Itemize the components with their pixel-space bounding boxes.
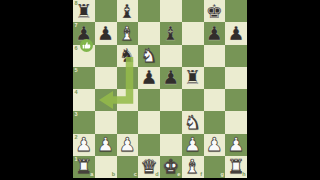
- piece-white-pawn-g2[interactable]: ♟: [204, 134, 226, 156]
- square-h4[interactable]: [225, 89, 247, 111]
- piece-black-pawn-a7[interactable]: ♟: [73, 22, 95, 44]
- piece-black-pawn-d5[interactable]: ♟: [138, 67, 160, 89]
- piece-black-king-g8[interactable]: ♚: [204, 0, 226, 22]
- square-a8[interactable]: 8♜: [73, 0, 95, 22]
- square-e4[interactable]: [160, 89, 182, 111]
- square-e6[interactable]: [160, 45, 182, 67]
- square-a6[interactable]: 6: [73, 45, 95, 67]
- square-b4[interactable]: [95, 89, 117, 111]
- square-a4[interactable]: 4: [73, 89, 95, 111]
- square-f7[interactable]: [182, 22, 204, 44]
- square-d3[interactable]: [138, 111, 160, 133]
- square-a5[interactable]: 5: [73, 67, 95, 89]
- piece-black-knight-c6[interactable]: ♞: [117, 45, 139, 67]
- square-h8[interactable]: [225, 0, 247, 22]
- square-b5[interactable]: [95, 67, 117, 89]
- piece-white-queen-d1[interactable]: ♛: [138, 156, 160, 178]
- piece-white-pawn-c2[interactable]: ♟: [117, 134, 139, 156]
- square-g6[interactable]: [204, 45, 226, 67]
- piece-white-bishop-f1[interactable]: ♝: [182, 156, 204, 178]
- piece-black-pawn-g7[interactable]: ♟: [204, 22, 226, 44]
- square-c2[interactable]: ♟: [117, 134, 139, 156]
- square-f4[interactable]: [182, 89, 204, 111]
- piece-black-bishop-e7[interactable]: ♝: [160, 22, 182, 44]
- piece-black-pawn-e5[interactable]: ♟: [160, 67, 182, 89]
- piece-white-pawn-f2[interactable]: ♟: [182, 134, 204, 156]
- square-e2[interactable]: [160, 134, 182, 156]
- square-a7[interactable]: 7♟: [73, 22, 95, 44]
- piece-white-knight-d6[interactable]: ♞: [138, 45, 160, 67]
- square-e5[interactable]: ♟: [160, 67, 182, 89]
- square-f2[interactable]: ♟: [182, 134, 204, 156]
- piece-black-pawn-h7[interactable]: ♟: [225, 22, 247, 44]
- square-g2[interactable]: ♟: [204, 134, 226, 156]
- square-g3[interactable]: [204, 111, 226, 133]
- piece-white-pawn-b2[interactable]: ♟: [95, 134, 117, 156]
- square-h5[interactable]: [225, 67, 247, 89]
- square-f6[interactable]: [182, 45, 204, 67]
- chess-board[interactable]: 8♜♝♚7♟♟♝♝♟♟6♞♞5♟♟♜43♞2♟♟♟♟♟♟1a♜bcd♛e♚f♝g…: [73, 0, 247, 178]
- square-e3[interactable]: [160, 111, 182, 133]
- piece-white-pawn-h2[interactable]: ♟: [225, 134, 247, 156]
- square-b7[interactable]: ♟: [95, 22, 117, 44]
- square-h6[interactable]: [225, 45, 247, 67]
- square-d5[interactable]: ♟: [138, 67, 160, 89]
- piece-white-rook-a1[interactable]: ♜: [73, 156, 95, 178]
- square-g5[interactable]: [204, 67, 226, 89]
- square-f8[interactable]: [182, 0, 204, 22]
- coord-rank-5: 5: [75, 68, 78, 74]
- square-f3[interactable]: ♞: [182, 111, 204, 133]
- piece-black-rook-a8[interactable]: ♜: [73, 0, 95, 22]
- square-g1[interactable]: g: [204, 156, 226, 178]
- square-c4[interactable]: [117, 89, 139, 111]
- coord-file-b: b: [112, 172, 115, 178]
- coord-file-g: g: [220, 172, 223, 178]
- coord-rank-4: 4: [75, 90, 78, 96]
- square-b1[interactable]: b: [95, 156, 117, 178]
- square-a3[interactable]: 3: [73, 111, 95, 133]
- square-d7[interactable]: [138, 22, 160, 44]
- square-c8[interactable]: ♝: [117, 0, 139, 22]
- square-b8[interactable]: [95, 0, 117, 22]
- coord-file-c: c: [134, 172, 137, 178]
- square-d2[interactable]: [138, 134, 160, 156]
- square-g8[interactable]: ♚: [204, 0, 226, 22]
- piece-white-knight-f3[interactable]: ♞: [182, 111, 204, 133]
- square-d1[interactable]: d♛: [138, 156, 160, 178]
- square-g4[interactable]: [204, 89, 226, 111]
- square-h7[interactable]: ♟: [225, 22, 247, 44]
- piece-black-bishop-c8[interactable]: ♝: [117, 0, 139, 22]
- video-frame: 8♜♝♚7♟♟♝♝♟♟6♞♞5♟♟♜43♞2♟♟♟♟♟♟1a♜bcd♛e♚f♝g…: [0, 0, 320, 180]
- piece-black-rook-f5[interactable]: ♜: [182, 67, 204, 89]
- square-h1[interactable]: h♜: [225, 156, 247, 178]
- square-c1[interactable]: c: [117, 156, 139, 178]
- square-d6[interactable]: ♞: [138, 45, 160, 67]
- square-b6[interactable]: [95, 45, 117, 67]
- coord-rank-6: 6: [75, 46, 78, 52]
- coord-rank-3: 3: [75, 112, 78, 118]
- square-c3[interactable]: [117, 111, 139, 133]
- square-a1[interactable]: 1a♜: [73, 156, 95, 178]
- square-e1[interactable]: e♚: [160, 156, 182, 178]
- piece-white-rook-h1[interactable]: ♜: [225, 156, 247, 178]
- square-c7[interactable]: ♝: [117, 22, 139, 44]
- square-f5[interactable]: ♜: [182, 67, 204, 89]
- square-e7[interactable]: ♝: [160, 22, 182, 44]
- square-d4[interactable]: [138, 89, 160, 111]
- square-b3[interactable]: [95, 111, 117, 133]
- piece-white-king-e1[interactable]: ♚: [160, 156, 182, 178]
- square-b2[interactable]: ♟: [95, 134, 117, 156]
- square-h3[interactable]: [225, 111, 247, 133]
- square-g7[interactable]: ♟: [204, 22, 226, 44]
- square-h2[interactable]: ♟: [225, 134, 247, 156]
- square-e8[interactable]: [160, 0, 182, 22]
- piece-black-pawn-b7[interactable]: ♟: [95, 22, 117, 44]
- square-c6[interactable]: ♞: [117, 45, 139, 67]
- square-c5[interactable]: [117, 67, 139, 89]
- square-d8[interactable]: [138, 0, 160, 22]
- square-f1[interactable]: f♝: [182, 156, 204, 178]
- piece-white-pawn-a2[interactable]: ♟: [73, 134, 95, 156]
- piece-white-bishop-c7[interactable]: ♝: [117, 22, 139, 44]
- square-a2[interactable]: 2♟: [73, 134, 95, 156]
